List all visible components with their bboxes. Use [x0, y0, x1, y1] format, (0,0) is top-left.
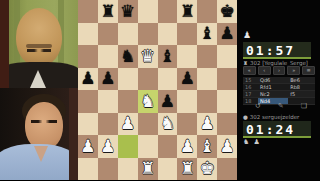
square-d5[interactable]	[138, 68, 158, 91]
move-list: 15Qd6Be616Rfd1Rb817Nc2f518Nd4	[243, 77, 315, 105]
white-pawn-c3: ♟	[120, 115, 135, 132]
square-d2[interactable]	[138, 135, 158, 158]
app-panel: ♟ 01:57 ♜302 [Yegulale_Serge] «‹›»≡ 15Qd…	[237, 0, 320, 180]
square-e6[interactable]: ♝	[158, 45, 178, 68]
player-bottom-head	[25, 102, 63, 150]
square-h8[interactable]: ♚	[217, 0, 237, 23]
action-icon-row: ↺✎❏	[255, 102, 307, 110]
square-a1[interactable]	[78, 158, 98, 181]
white-bishop-g2: ♝	[200, 138, 215, 155]
white-pawn-icon: ♟	[243, 30, 251, 40]
square-c3[interactable]: ♟	[118, 113, 138, 136]
player-bottom-eyes	[31, 120, 57, 123]
square-d3[interactable]	[138, 113, 158, 136]
square-g5[interactable]	[197, 68, 217, 91]
square-c1[interactable]	[118, 158, 138, 181]
square-c8[interactable]: ♛	[118, 0, 138, 23]
move-number: 16	[243, 84, 258, 91]
square-g3[interactable]: ♟	[197, 113, 217, 136]
square-h2[interactable]: ♟	[217, 135, 237, 158]
white-queen-d6: ♛	[140, 48, 155, 65]
white-pawn-h2: ♟	[219, 138, 234, 155]
square-f3[interactable]	[177, 113, 197, 136]
black-bishop-e6: ♝	[160, 48, 175, 65]
nav-last-icon[interactable]: »	[287, 66, 300, 75]
black-pawn-b5: ♟	[100, 70, 115, 87]
move-row: 16Rfd1Rb8	[243, 84, 315, 91]
square-b7[interactable]	[98, 23, 118, 46]
square-g8[interactable]	[197, 0, 217, 23]
square-h7[interactable]: ♟	[217, 23, 237, 46]
nav-first-icon[interactable]: «	[243, 66, 256, 75]
square-a6[interactable]	[78, 45, 98, 68]
black-queen-c8: ♛	[120, 3, 135, 20]
square-g4[interactable]	[197, 90, 217, 113]
square-g7[interactable]: ♝	[197, 23, 217, 46]
square-c5[interactable]	[118, 68, 138, 91]
broadcast-frame: ♜♛♜♚♝♟♞♛♝♟♟♟♞♟♟♞♟♟♟♟♝♟♜♜♚ ♟ 01:57 ♜302 […	[0, 0, 320, 180]
square-e5[interactable]	[158, 68, 178, 91]
square-e4[interactable]: ♟	[158, 90, 178, 113]
white-king-g1: ♚	[200, 160, 215, 177]
square-b1[interactable]	[98, 158, 118, 181]
move-row: 17Nc2f5	[243, 91, 315, 98]
clock-bottom: 01:24	[243, 121, 311, 138]
square-a7[interactable]	[78, 23, 98, 46]
move-nav-toolbar: «‹›»≡	[243, 66, 315, 75]
square-e8[interactable]	[158, 0, 178, 23]
black-move[interactable]: f5	[288, 91, 315, 98]
square-g2[interactable]: ♝	[197, 135, 217, 158]
square-h6[interactable]	[217, 45, 237, 68]
nav-menu-icon[interactable]: ≡	[302, 66, 315, 75]
square-c7[interactable]	[118, 23, 138, 46]
black-pawn-e4: ♟	[160, 93, 175, 110]
player-bottom-name: 302 serguejzelder	[250, 114, 299, 120]
square-e7[interactable]	[158, 23, 178, 46]
white-knight-e3: ♞	[160, 115, 175, 132]
player-top-brow	[26, 44, 52, 48]
webcam-bottom	[0, 88, 78, 180]
square-h3[interactable]	[217, 113, 237, 136]
square-f8[interactable]: ♜	[177, 0, 197, 23]
square-f1[interactable]: ♜	[177, 158, 197, 181]
white-move[interactable]: Nc2	[258, 91, 288, 98]
square-g1[interactable]: ♚	[197, 158, 217, 181]
player-top-eyes	[27, 49, 51, 52]
captured-pieces: ♞ ♟	[243, 138, 261, 146]
square-b4[interactable]	[98, 90, 118, 113]
square-f6[interactable]	[177, 45, 197, 68]
square-h4[interactable]	[217, 90, 237, 113]
square-b8[interactable]: ♜	[98, 0, 118, 23]
nav-back-icon[interactable]: ‹	[258, 66, 271, 75]
square-f7[interactable]	[177, 23, 197, 46]
square-d4[interactable]: ♞	[138, 90, 158, 113]
black-knight-c6: ♞	[120, 48, 135, 65]
webcam-top-edge	[0, 0, 9, 88]
webcam-top	[0, 0, 78, 88]
nav-forward-icon[interactable]: ›	[273, 66, 286, 75]
square-d1[interactable]: ♜	[138, 158, 158, 181]
player-top-head	[16, 8, 62, 66]
square-b2[interactable]: ♟	[98, 135, 118, 158]
square-c4[interactable]	[118, 90, 138, 113]
chess-board: ♜♛♜♚♝♟♞♛♝♟♟♟♞♟♟♞♟♟♟♟♝♟♜♜♚	[78, 0, 237, 180]
white-pawn-b2: ♟	[100, 138, 115, 155]
black-pawn-a5: ♟	[80, 70, 95, 87]
square-e3[interactable]: ♞	[158, 113, 178, 136]
black-move[interactable]: Rb8	[288, 84, 315, 91]
white-move[interactable]: Rfd1	[258, 84, 288, 91]
white-knight-d4: ♞	[140, 93, 155, 110]
square-b6[interactable]	[98, 45, 118, 68]
move-number: 17	[243, 91, 258, 98]
player-bottom-label: ●302 serguejzelder	[243, 114, 319, 120]
white-pawn-a2: ♟	[80, 138, 95, 155]
black-rook-b8: ♜	[100, 3, 115, 20]
clock-top: 01:57	[243, 42, 311, 59]
black-pawn-h7: ♟	[219, 25, 234, 42]
square-f2[interactable]: ♟	[177, 135, 197, 158]
undo-icon[interactable]: ↺	[255, 102, 261, 110]
edit-icon[interactable]: ✎	[278, 102, 284, 110]
black-pawn-f5: ♟	[180, 70, 195, 87]
square-a8[interactable]	[78, 0, 98, 23]
square-d7[interactable]	[138, 23, 158, 46]
square-h1[interactable]	[217, 158, 237, 181]
square-f5[interactable]: ♟	[177, 68, 197, 91]
square-a4[interactable]	[78, 90, 98, 113]
square-d8[interactable]	[138, 0, 158, 23]
square-a5[interactable]: ♟	[78, 68, 98, 91]
square-b3[interactable]	[98, 113, 118, 136]
black-king-h8: ♚	[219, 3, 234, 20]
webcam-bottom-edge	[69, 88, 78, 180]
square-c2[interactable]	[118, 135, 138, 158]
square-f4[interactable]	[177, 90, 197, 113]
square-g6[interactable]	[197, 45, 217, 68]
square-e1[interactable]	[158, 158, 178, 181]
white-pawn-f2: ♟	[180, 138, 195, 155]
black-bishop-g7: ♝	[200, 25, 215, 42]
square-h5[interactable]	[217, 68, 237, 91]
white-rook-f1: ♜	[180, 160, 195, 177]
square-c6[interactable]: ♞	[118, 45, 138, 68]
status-dot-icon: ●	[243, 114, 248, 120]
square-a3[interactable]	[78, 113, 98, 136]
black-rook-f8: ♜	[180, 3, 195, 20]
chat-icon[interactable]: ❏	[301, 102, 307, 110]
square-b5[interactable]: ♟	[98, 68, 118, 91]
white-pawn-g3: ♟	[200, 115, 215, 132]
square-d6[interactable]: ♛	[138, 45, 158, 68]
square-a2[interactable]: ♟	[78, 135, 98, 158]
square-e2[interactable]	[158, 135, 178, 158]
white-rook-d1: ♜	[140, 160, 155, 177]
